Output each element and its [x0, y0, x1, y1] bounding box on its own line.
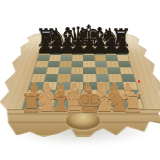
chess-set-photo: ♜♞♝♛♚♝♞♜♟♟♟♟♟♟♟♟♟♟♟♟♟♟♟♟♜♞♝♛♚♝♞♜ — [0, 0, 160, 160]
pieces-layer: ♜♞♝♛♚♝♞♜♟♟♟♟♟♟♟♟♟♟♟♟♟♟♟♟♜♞♝♛♚♝♞♜ — [0, 0, 160, 160]
red-speck — [138, 80, 140, 83]
black-pawn[interactable]: ♟ — [113, 36, 132, 57]
white-rook[interactable]: ♜ — [121, 90, 144, 116]
